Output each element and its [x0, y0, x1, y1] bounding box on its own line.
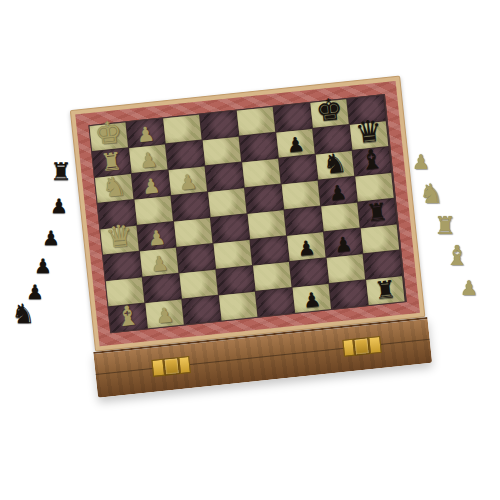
- square-r3c7: ♞: [316, 151, 354, 180]
- black-king-piece: ♚: [314, 94, 344, 127]
- square-r8c6: ♟: [293, 284, 331, 313]
- square-r5c7: [321, 203, 359, 232]
- square-r1c3: [163, 115, 201, 144]
- square-r5c3: [174, 218, 212, 247]
- captured-black-knight: ♞: [6, 300, 40, 327]
- square-r4c7: ♟: [319, 177, 357, 206]
- captured-black-pawn: ♟: [42, 196, 76, 216]
- square-r2c8: ♛: [350, 121, 388, 150]
- captured-black-rook: ♜: [44, 160, 78, 184]
- latch-hasp: [353, 337, 370, 355]
- square-r4c5: [245, 185, 283, 214]
- square-r5c5: [248, 210, 286, 239]
- chess-board: ♚♟♚♜♟♟♛♞♟♟♞♝♟♛♟♜♟♟♟♝♟♟♜: [88, 94, 406, 333]
- black-pawn-piece: ♟: [333, 233, 353, 255]
- white-rook-piece: ♜: [100, 149, 124, 175]
- square-r6c7: ♟: [324, 228, 362, 257]
- white-pawn-piece: ♟: [136, 123, 156, 145]
- square-r7c6: [290, 258, 328, 287]
- square-r8c7: [329, 280, 367, 309]
- square-r2c2: ♟: [129, 144, 167, 173]
- square-r5c8: ♜: [358, 199, 396, 228]
- square-r1c4: [200, 111, 238, 140]
- black-knight-piece: ♞: [321, 149, 348, 178]
- white-bishop-piece: ♝: [114, 301, 141, 330]
- square-r7c4: [216, 266, 254, 295]
- black-pawn-piece: ♟: [286, 134, 306, 156]
- stone-slab: ♚♟♚♜♟♟♛♞♟♟♞♝♟♛♟♜♟♟♟♝♟♟♜: [70, 75, 426, 351]
- black-bishop-piece: ♝: [358, 145, 385, 174]
- white-pawn-piece: ♟: [178, 171, 198, 193]
- captured-white-pawn: ♟: [404, 152, 438, 172]
- square-r3c8: ♝: [353, 147, 391, 176]
- square-r7c2: [143, 274, 181, 303]
- square-r7c5: [253, 262, 291, 291]
- square-r6c1: [103, 252, 141, 281]
- square-r3c4: [205, 163, 243, 192]
- white-pawn-piece: ♟: [139, 149, 159, 171]
- square-r8c5: [256, 288, 294, 317]
- square-r6c2: ♟: [140, 248, 178, 277]
- square-r2c5: [239, 133, 277, 162]
- board-frame: ♚♟♚♜♟♟♛♞♟♟♞♝♟♛♟♜♟♟♟♝♟♟♜: [75, 81, 420, 346]
- brass-latch-left: [151, 356, 191, 377]
- latch-plate: [178, 356, 191, 374]
- square-r8c1: ♝: [109, 303, 147, 332]
- square-r4c1: [98, 200, 136, 229]
- square-r1c8: [347, 95, 385, 124]
- square-r4c8: [355, 173, 393, 202]
- square-r6c3: [177, 244, 215, 273]
- square-r6c5: [250, 236, 288, 265]
- black-pawn-piece: ♟: [297, 237, 317, 259]
- white-pawn-piece: ♟: [147, 227, 167, 249]
- square-r4c2: [135, 196, 173, 225]
- square-r1c2: ♟: [126, 119, 164, 148]
- square-r1c7: ♚: [310, 99, 348, 128]
- square-r1c6: [274, 103, 312, 132]
- square-r3c2: ♟: [132, 170, 170, 199]
- square-r1c5: [237, 107, 275, 136]
- square-r4c4: [208, 188, 246, 217]
- captured-white-rook: ♜: [428, 214, 462, 238]
- square-r2c3: [166, 141, 204, 170]
- square-r2c1: ♜: [92, 148, 130, 177]
- square-r5c6: [284, 206, 322, 235]
- black-rook-piece: ♜: [365, 200, 389, 226]
- captured-white-pawn: ♟: [452, 278, 486, 298]
- square-r7c8: [363, 250, 401, 279]
- square-r5c4: [211, 214, 249, 243]
- square-r2c4: [203, 137, 241, 166]
- latch-hasp: [163, 357, 180, 375]
- captured-white-knight: ♞: [414, 180, 448, 207]
- square-r5c2: ♟: [137, 222, 175, 251]
- captured-black-pawn: ♟: [26, 256, 60, 276]
- square-r8c2: ♟: [145, 300, 183, 329]
- white-pawn-piece: ♟: [149, 253, 169, 275]
- black-pawn-piece: ♟: [328, 182, 348, 204]
- square-r2c7: [313, 125, 351, 154]
- square-r6c4: [214, 240, 252, 269]
- product-photo[interactable]: ♚♟♚♜♟♟♛♞♟♟♞♝♟♛♟♜♟♟♟♝♟♟♜ ♜♟♟♟♟♞ ♟♞♜♝♟: [0, 0, 500, 500]
- square-r1c1: ♚: [90, 122, 128, 151]
- square-r8c3: [182, 296, 220, 325]
- white-pawn-piece: ♟: [155, 304, 175, 326]
- chess-set: ♚♟♚♜♟♟♛♞♟♟♞♝♟♛♟♜♟♟♟♝♟♟♜: [70, 75, 430, 397]
- square-r7c1: [106, 278, 144, 307]
- square-r4c3: [171, 192, 209, 221]
- square-r3c5: [242, 159, 280, 188]
- square-r4c6: [282, 181, 320, 210]
- square-r3c6: [279, 155, 317, 184]
- captured-white-bishop: ♝: [440, 242, 474, 269]
- square-r8c4: [219, 292, 257, 321]
- white-king-piece: ♚: [93, 117, 123, 150]
- white-knight-piece: ♞: [101, 172, 128, 201]
- square-r3c3: ♟: [169, 166, 207, 195]
- square-r3c1: ♞: [95, 174, 133, 203]
- brass-latch-right: [342, 336, 382, 357]
- square-r6c6: ♟: [287, 232, 325, 261]
- square-r7c7: [327, 254, 365, 283]
- white-pawn-piece: ♟: [141, 175, 161, 197]
- captured-black-pawn: ♟: [34, 228, 68, 248]
- square-r7c3: [179, 270, 217, 299]
- latch-plate: [368, 336, 381, 354]
- square-r2c6: ♟: [276, 129, 314, 158]
- square-r8c8: ♜: [366, 276, 404, 305]
- black-rook-piece: ♜: [373, 277, 397, 303]
- black-pawn-piece: ♟: [302, 289, 322, 311]
- square-r5c1: ♛: [100, 226, 138, 255]
- square-r6c8: [361, 225, 399, 254]
